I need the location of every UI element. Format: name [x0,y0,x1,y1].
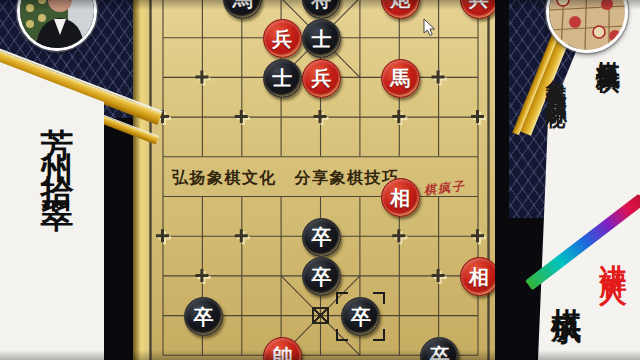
piece-red-炮[interactable]: 炮 [381,0,420,19]
piece-black-士[interactable]: 士 [302,19,341,58]
piece-red-兵[interactable]: 兵 [263,19,302,58]
piece-red-帥[interactable]: 帥 [263,337,302,360]
piece-black-卒[interactable]: 卒 [302,257,341,296]
presenter-name: 棋疯子 [545,284,586,296]
mouse-cursor [423,19,436,38]
piece-black-馬[interactable]: 馬 [223,0,262,19]
piece-black-卒[interactable]: 卒 [184,297,223,336]
last-move-brackets [336,292,385,341]
piece-black-卒[interactable]: 卒 [302,218,341,257]
board-photo [549,0,625,50]
series-subtitle: 象棋江湖残局解秘 [542,63,570,95]
piece-red-兵[interactable]: 兵 [460,0,499,19]
piece-red-兵[interactable]: 兵 [302,59,341,98]
presenter-label: 讲解人 [595,243,631,267]
last-move-origin-marker [312,307,329,324]
presenter-photo [20,0,94,48]
piece-red-相[interactable]: 相 [460,257,499,296]
piece-red-馬[interactable]: 馬 [381,59,420,98]
channel-name: 芳州拾翠 [34,102,79,198]
piece-black-将[interactable]: 将 [302,0,341,19]
piece-red-相[interactable]: 相 [381,178,420,217]
piece-black-士[interactable]: 士 [263,59,302,98]
piece-black-卒[interactable]: 卒 [420,337,459,360]
video-frame: 弘扬象棋文化 分享象棋技巧 棋疯子 馬将炮兵兵士士兵馬相卒卒相卒卒帥卒 芳州拾翠… [0,0,640,360]
piece-black-卒[interactable]: 卒 [341,297,380,336]
